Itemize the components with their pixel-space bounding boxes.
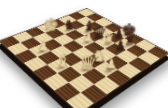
piece-white-pawn[interactable]: ♟	[102, 57, 120, 73]
piece-white-king[interactable]: ♚	[43, 17, 58, 30]
piece-white-pawn[interactable]: ♟	[81, 30, 97, 44]
chess-board: ♚♟♝♛♞♟♜♟♞♝♛♚♟♜♟	[0, 9, 168, 108]
piece-white-bishop[interactable]: ♝	[54, 53, 72, 69]
piece-black-pawn[interactable]: ♟	[112, 38, 128, 52]
piece-white-pawn[interactable]: ♟	[35, 39, 52, 54]
board-perspective-wrapper: ♚♟♝♛♞♟♜♟♞♝♛♚♟♜♟	[0, 0, 168, 107]
piece-black-knight[interactable]: ♞	[62, 19, 77, 32]
piece-white-queen[interactable]: ♛	[78, 55, 96, 71]
chess-product-photo: ♚♟♝♛♞♟♜♟♞♝♛♚♟♜♟	[0, 0, 168, 108]
